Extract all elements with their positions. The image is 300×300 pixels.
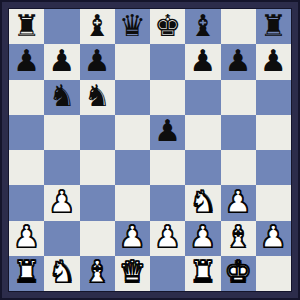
white-king-piece: ♚ [225, 257, 252, 287]
square-a2[interactable]: ♟ [9, 221, 44, 256]
square-e4[interactable] [150, 150, 185, 185]
square-g3[interactable]: ♟ [221, 185, 256, 220]
square-h2[interactable]: ♟ [256, 221, 291, 256]
square-g4[interactable] [221, 150, 256, 185]
white-pawn-piece: ♟ [189, 222, 216, 252]
square-a1[interactable]: ♜ [9, 256, 44, 291]
black-queen-piece: ♛ [119, 11, 146, 41]
square-b5[interactable] [44, 115, 79, 150]
square-h8[interactable]: ♜ [256, 9, 291, 44]
black-bishop-piece: ♝ [189, 11, 216, 41]
black-knight-piece: ♞ [48, 81, 75, 111]
square-b2[interactable] [44, 221, 79, 256]
square-h5[interactable] [256, 115, 291, 150]
black-pawn-piece: ♟ [154, 116, 181, 146]
black-pawn-piece: ♟ [13, 46, 40, 76]
square-e5[interactable]: ♟ [150, 115, 185, 150]
square-f5[interactable] [185, 115, 220, 150]
white-queen-piece: ♛ [119, 257, 146, 287]
chess-board: ♜♝♛♚♝♜♟♟♟♟♟♟♞♞♟♟♞♟♟♟♟♟♝♟♜♞♝♛♜♚ [9, 9, 291, 291]
square-e8[interactable]: ♚ [150, 9, 185, 44]
square-e1[interactable] [150, 256, 185, 291]
black-pawn-piece: ♟ [84, 46, 111, 76]
black-rook-piece: ♜ [13, 11, 40, 41]
square-g1[interactable]: ♚ [221, 256, 256, 291]
square-d7[interactable] [115, 44, 150, 79]
square-g8[interactable] [221, 9, 256, 44]
square-a5[interactable] [9, 115, 44, 150]
square-h6[interactable] [256, 80, 291, 115]
white-pawn-piece: ♟ [260, 222, 287, 252]
square-f3[interactable]: ♞ [185, 185, 220, 220]
square-d6[interactable] [115, 80, 150, 115]
square-e7[interactable] [150, 44, 185, 79]
square-g5[interactable] [221, 115, 256, 150]
black-pawn-piece: ♟ [260, 46, 287, 76]
white-pawn-piece: ♟ [225, 187, 252, 217]
square-d8[interactable]: ♛ [115, 9, 150, 44]
square-f1[interactable]: ♜ [185, 256, 220, 291]
square-d1[interactable]: ♛ [115, 256, 150, 291]
square-d4[interactable] [115, 150, 150, 185]
square-a7[interactable]: ♟ [9, 44, 44, 79]
black-bishop-piece: ♝ [84, 11, 111, 41]
square-a8[interactable]: ♜ [9, 9, 44, 44]
white-pawn-piece: ♟ [13, 222, 40, 252]
square-f2[interactable]: ♟ [185, 221, 220, 256]
square-g2[interactable]: ♝ [221, 221, 256, 256]
square-d3[interactable] [115, 185, 150, 220]
square-c5[interactable] [80, 115, 115, 150]
square-h3[interactable] [256, 185, 291, 220]
square-h7[interactable]: ♟ [256, 44, 291, 79]
white-knight-piece: ♞ [189, 187, 216, 217]
square-c4[interactable] [80, 150, 115, 185]
square-a4[interactable] [9, 150, 44, 185]
square-f6[interactable] [185, 80, 220, 115]
black-pawn-piece: ♟ [189, 46, 216, 76]
square-a3[interactable] [9, 185, 44, 220]
square-c2[interactable] [80, 221, 115, 256]
square-b6[interactable]: ♞ [44, 80, 79, 115]
white-pawn-piece: ♟ [154, 222, 181, 252]
square-b7[interactable]: ♟ [44, 44, 79, 79]
square-c6[interactable]: ♞ [80, 80, 115, 115]
square-b1[interactable]: ♞ [44, 256, 79, 291]
white-rook-piece: ♜ [189, 257, 216, 287]
black-pawn-piece: ♟ [225, 46, 252, 76]
white-pawn-piece: ♟ [119, 222, 146, 252]
white-knight-piece: ♞ [48, 257, 75, 287]
square-b8[interactable] [44, 9, 79, 44]
black-knight-piece: ♞ [84, 81, 111, 111]
square-f7[interactable]: ♟ [185, 44, 220, 79]
square-g7[interactable]: ♟ [221, 44, 256, 79]
square-f8[interactable]: ♝ [185, 9, 220, 44]
square-c1[interactable]: ♝ [80, 256, 115, 291]
square-a6[interactable] [9, 80, 44, 115]
square-h1[interactable] [256, 256, 291, 291]
square-c3[interactable] [80, 185, 115, 220]
square-b3[interactable]: ♟ [44, 185, 79, 220]
square-e2[interactable]: ♟ [150, 221, 185, 256]
white-rook-piece: ♜ [13, 257, 40, 287]
chess-board-frame: ♜♝♛♚♝♜♟♟♟♟♟♟♞♞♟♟♞♟♟♟♟♟♝♟♜♞♝♛♜♚ [0, 0, 300, 300]
square-g6[interactable] [221, 80, 256, 115]
black-king-piece: ♚ [154, 11, 181, 41]
square-f4[interactable] [185, 150, 220, 185]
square-e6[interactable] [150, 80, 185, 115]
black-rook-piece: ♜ [260, 11, 287, 41]
white-bishop-piece: ♝ [225, 222, 252, 252]
black-pawn-piece: ♟ [48, 46, 75, 76]
white-bishop-piece: ♝ [84, 257, 111, 287]
square-d5[interactable] [115, 115, 150, 150]
white-pawn-piece: ♟ [48, 187, 75, 217]
square-b4[interactable] [44, 150, 79, 185]
square-c7[interactable]: ♟ [80, 44, 115, 79]
square-e3[interactable] [150, 185, 185, 220]
square-c8[interactable]: ♝ [80, 9, 115, 44]
square-d2[interactable]: ♟ [115, 221, 150, 256]
square-h4[interactable] [256, 150, 291, 185]
